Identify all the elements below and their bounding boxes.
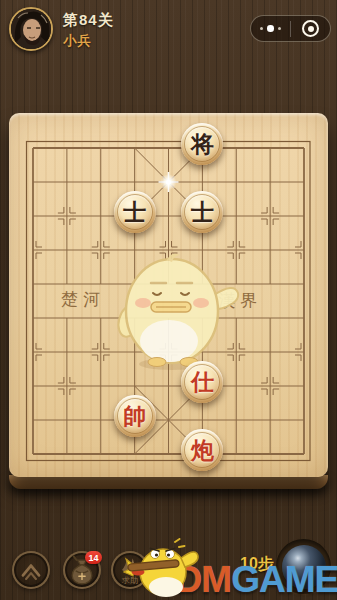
river-text-left: 楚河 xyxy=(61,290,105,309)
piece-character: 帥 xyxy=(123,405,146,428)
piece-character: 仕 xyxy=(191,371,214,394)
more-dots-icon xyxy=(260,27,264,31)
more-dots-icon xyxy=(278,27,282,31)
chevron-up-icon xyxy=(14,553,48,587)
piece-red-general[interactable]: 帥 xyxy=(114,395,156,437)
more-options-button[interactable] xyxy=(251,16,290,41)
hint-count-badge: 14 xyxy=(85,551,102,564)
piece-character: 士 xyxy=(123,201,146,224)
avatar-portrait xyxy=(11,9,51,49)
mascot-chick-river xyxy=(115,254,238,370)
more-dots-icon xyxy=(267,25,274,32)
app-screen: 第84关 小兵 楚河 漢界 xyxy=(0,0,337,600)
level-title: 第84关 xyxy=(63,11,114,30)
xiangqi-board[interactable]: 楚河 漢界 xyxy=(9,113,328,477)
target-circle-icon xyxy=(302,20,319,37)
player-rank-label: 小兵 xyxy=(63,32,92,50)
watermark-game: GAME xyxy=(231,559,337,600)
piece-character: 士 xyxy=(191,201,214,224)
piece-character: 炮 xyxy=(191,439,214,462)
piece-black-advisor-left[interactable]: 士 xyxy=(114,191,156,233)
expand-menu-button[interactable] xyxy=(12,551,50,589)
piece-character: 将 xyxy=(191,133,214,156)
exit-button[interactable] xyxy=(291,16,330,41)
miniprogram-capsule xyxy=(250,15,331,42)
board-3d-edge xyxy=(9,475,328,489)
mascot-chick-footer xyxy=(123,538,203,600)
player-avatar[interactable] xyxy=(9,7,53,51)
